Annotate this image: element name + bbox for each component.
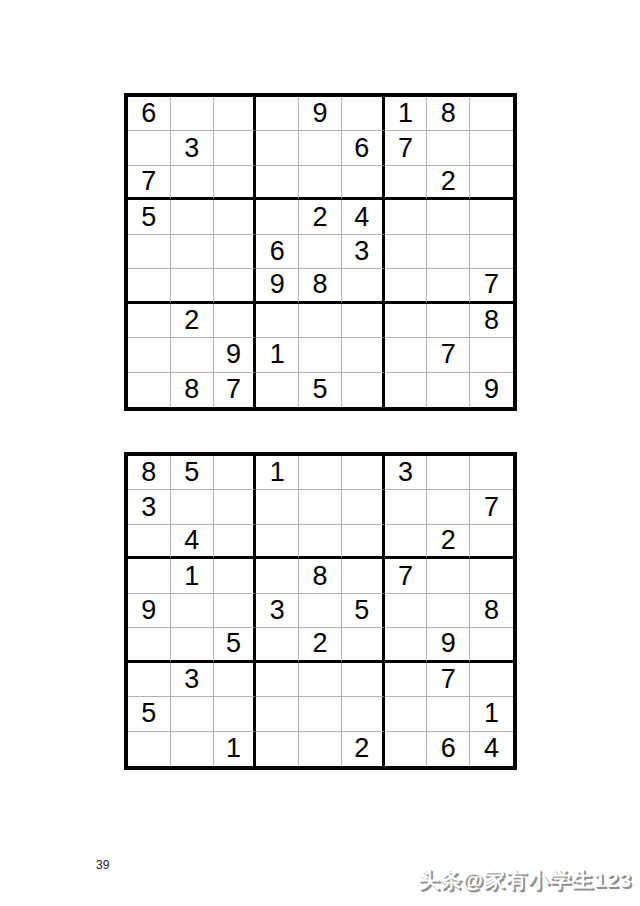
- sudoku-cell-r4c1: 5: [128, 200, 171, 234]
- sudoku-cell-r1c4: 1: [256, 456, 299, 490]
- sudoku-cell-r5c5: [299, 594, 342, 628]
- sudoku-cell-r8c4: [256, 697, 299, 731]
- sudoku-cell-r8c8: [427, 697, 470, 731]
- sudoku-cell-r1c7: 3: [385, 456, 428, 490]
- sudoku-cell-r9c8: [427, 373, 470, 407]
- sudoku-cell-r8c6: [342, 338, 385, 372]
- sudoku-cell-r2c4: [256, 131, 299, 165]
- sudoku-cell-r2c5: [299, 490, 342, 524]
- sudoku-cell-r9c4: [256, 732, 299, 766]
- sudoku-cell-r7c8: [427, 304, 470, 338]
- sudoku-cell-r3c5: [299, 525, 342, 559]
- sudoku-cell-r4c4: [256, 559, 299, 593]
- sudoku-cell-r9c9: 9: [470, 373, 513, 407]
- sudoku-cell-r8c9: [470, 338, 513, 372]
- sudoku-cell-r7c2: 2: [171, 304, 214, 338]
- worksheet-page: 69183677252463987289178759 8513374218793…: [0, 0, 640, 906]
- sudoku-cell-r3c9: [470, 166, 513, 200]
- sudoku-cell-r2c8: [427, 131, 470, 165]
- sudoku-cell-r6c3: [214, 269, 257, 303]
- sudoku-cell-r6c8: 9: [427, 628, 470, 662]
- sudoku-cell-r5c5: [299, 235, 342, 269]
- sudoku-cell-r2c6: 6: [342, 131, 385, 165]
- sudoku-cell-r5c4: 6: [256, 235, 299, 269]
- sudoku-cell-r9c2: 8: [171, 373, 214, 407]
- sudoku-cell-r7c7: [385, 304, 428, 338]
- sudoku-cell-r9c2: [171, 732, 214, 766]
- sudoku-cell-r5c9: [470, 235, 513, 269]
- sudoku-cell-r3c1: [128, 525, 171, 559]
- sudoku-cell-r8c2: [171, 338, 214, 372]
- sudoku-cell-r5c3: [214, 594, 257, 628]
- sudoku-cell-r4c6: [342, 559, 385, 593]
- sudoku-cell-r9c1: [128, 373, 171, 407]
- sudoku-cell-r1c6: [342, 97, 385, 131]
- sudoku-cell-r5c6: 5: [342, 594, 385, 628]
- sudoku-cell-r2c7: [385, 490, 428, 524]
- sudoku-cell-r3c7: [385, 166, 428, 200]
- sudoku-cell-r9c1: [128, 732, 171, 766]
- page-number: 39: [96, 858, 109, 872]
- sudoku-cell-r8c3: [214, 697, 257, 731]
- sudoku-cell-r8c1: [128, 338, 171, 372]
- sudoku-cell-r6c7: [385, 269, 428, 303]
- sudoku-cell-r8c9: 1: [470, 697, 513, 731]
- sudoku-cell-r1c1: 8: [128, 456, 171, 490]
- sudoku-cell-r7c1: [128, 663, 171, 697]
- sudoku-cell-r8c5: [299, 338, 342, 372]
- sudoku-cell-r2c3: [214, 131, 257, 165]
- sudoku-cell-r4c9: [470, 559, 513, 593]
- sudoku-cell-r3c3: [214, 166, 257, 200]
- sudoku-cell-r3c9: [470, 525, 513, 559]
- sudoku-cell-r5c9: 8: [470, 594, 513, 628]
- sudoku-cell-r1c3: [214, 97, 257, 131]
- sudoku-cell-r5c2: [171, 594, 214, 628]
- sudoku-cell-r9c6: [342, 373, 385, 407]
- sudoku-cell-r2c4: [256, 490, 299, 524]
- sudoku-cell-r7c9: 8: [470, 304, 513, 338]
- sudoku-cell-r6c5: 2: [299, 628, 342, 662]
- sudoku-cell-r2c2: [171, 490, 214, 524]
- sudoku-cell-r5c3: [214, 235, 257, 269]
- sudoku-cell-r8c4: 1: [256, 338, 299, 372]
- sudoku-cell-r5c2: [171, 235, 214, 269]
- sudoku-cell-r4c2: 1: [171, 559, 214, 593]
- sudoku-cell-r6c2: [171, 269, 214, 303]
- sudoku-cell-r1c6: [342, 456, 385, 490]
- watermark-text: 头条@家有小学生123: [418, 866, 632, 894]
- sudoku-cell-r6c8: [427, 269, 470, 303]
- sudoku-cell-r7c6: [342, 663, 385, 697]
- sudoku-cell-r9c6: 2: [342, 732, 385, 766]
- sudoku-cell-r5c8: [427, 594, 470, 628]
- sudoku-cell-r4c8: [427, 559, 470, 593]
- sudoku-cell-r7c8: 7: [427, 663, 470, 697]
- sudoku-cell-r6c6: [342, 269, 385, 303]
- sudoku-cell-r4c3: [214, 559, 257, 593]
- sudoku-cell-r7c5: [299, 663, 342, 697]
- sudoku-cell-r5c7: [385, 594, 428, 628]
- sudoku-cell-r8c8: 7: [427, 338, 470, 372]
- sudoku-cell-r6c2: [171, 628, 214, 662]
- sudoku-cell-r1c1: 6: [128, 97, 171, 131]
- sudoku-cell-r5c1: 9: [128, 594, 171, 628]
- sudoku-cell-r2c9: [470, 131, 513, 165]
- sudoku-cell-r7c6: [342, 304, 385, 338]
- sudoku-cell-r6c9: 7: [470, 269, 513, 303]
- sudoku-cell-r3c6: [342, 525, 385, 559]
- sudoku-cell-r9c8: 6: [427, 732, 470, 766]
- sudoku-cell-r3c4: [256, 166, 299, 200]
- sudoku-cell-r1c5: 9: [299, 97, 342, 131]
- sudoku-cell-r9c4: [256, 373, 299, 407]
- sudoku-cell-r5c7: [385, 235, 428, 269]
- sudoku-cell-r4c2: [171, 200, 214, 234]
- sudoku-cell-r1c9: [470, 456, 513, 490]
- sudoku-cell-r4c4: [256, 200, 299, 234]
- sudoku-cell-r7c9: [470, 663, 513, 697]
- sudoku-cell-r3c4: [256, 525, 299, 559]
- sudoku-cell-r8c7: [385, 697, 428, 731]
- sudoku-board-top: 69183677252463987289178759: [124, 93, 517, 411]
- sudoku-cell-r1c9: [470, 97, 513, 131]
- sudoku-cell-r6c5: 8: [299, 269, 342, 303]
- sudoku-cell-r3c8: 2: [427, 525, 470, 559]
- sudoku-cell-r2c2: 3: [171, 131, 214, 165]
- sudoku-cell-r3c2: [171, 166, 214, 200]
- sudoku-cell-r9c5: [299, 732, 342, 766]
- sudoku-cell-r5c8: [427, 235, 470, 269]
- sudoku-cell-r3c8: 2: [427, 166, 470, 200]
- sudoku-cell-r9c7: [385, 373, 428, 407]
- sudoku-cell-r7c3: [214, 304, 257, 338]
- sudoku-cell-r2c7: 7: [385, 131, 428, 165]
- sudoku-cell-r2c3: [214, 490, 257, 524]
- sudoku-cell-r1c7: 1: [385, 97, 428, 131]
- sudoku-cell-r7c5: [299, 304, 342, 338]
- sudoku-cell-r7c2: 3: [171, 663, 214, 697]
- sudoku-cell-r8c6: [342, 697, 385, 731]
- sudoku-cell-r7c4: [256, 663, 299, 697]
- sudoku-cell-r5c4: 3: [256, 594, 299, 628]
- sudoku-cell-r7c4: [256, 304, 299, 338]
- sudoku-cell-r9c5: 5: [299, 373, 342, 407]
- sudoku-cell-r6c9: [470, 628, 513, 662]
- sudoku-cell-r8c5: [299, 697, 342, 731]
- sudoku-cell-r5c6: 3: [342, 235, 385, 269]
- sudoku-cell-r7c1: [128, 304, 171, 338]
- sudoku-cell-r2c1: 3: [128, 490, 171, 524]
- sudoku-cell-r6c3: 5: [214, 628, 257, 662]
- sudoku-cell-r2c9: 7: [470, 490, 513, 524]
- sudoku-cell-r4c9: [470, 200, 513, 234]
- sudoku-cell-r4c1: [128, 559, 171, 593]
- sudoku-cell-r1c2: 5: [171, 456, 214, 490]
- sudoku-cell-r2c1: [128, 131, 171, 165]
- sudoku-cell-r2c5: [299, 131, 342, 165]
- sudoku-cell-r3c1: 7: [128, 166, 171, 200]
- sudoku-cell-r4c7: 7: [385, 559, 428, 593]
- sudoku-cell-r8c7: [385, 338, 428, 372]
- sudoku-cell-r6c1: [128, 269, 171, 303]
- sudoku-cell-r4c3: [214, 200, 257, 234]
- sudoku-cell-r1c4: [256, 97, 299, 131]
- sudoku-cell-r8c3: 9: [214, 338, 257, 372]
- sudoku-cell-r4c7: [385, 200, 428, 234]
- sudoku-cell-r4c6: 4: [342, 200, 385, 234]
- sudoku-cell-r3c6: [342, 166, 385, 200]
- sudoku-cell-r7c3: [214, 663, 257, 697]
- sudoku-cell-r1c8: 8: [427, 97, 470, 131]
- sudoku-cell-r4c5: 2: [299, 200, 342, 234]
- sudoku-cell-r8c1: 5: [128, 697, 171, 731]
- sudoku-cell-r2c8: [427, 490, 470, 524]
- sudoku-cell-r3c3: [214, 525, 257, 559]
- sudoku-cell-r2c6: [342, 490, 385, 524]
- sudoku-cell-r6c4: 9: [256, 269, 299, 303]
- sudoku-cell-r1c8: [427, 456, 470, 490]
- sudoku-cell-r3c2: 4: [171, 525, 214, 559]
- sudoku-cell-r1c2: [171, 97, 214, 131]
- sudoku-cell-r1c5: [299, 456, 342, 490]
- sudoku-cell-r4c5: 8: [299, 559, 342, 593]
- sudoku-cell-r1c3: [214, 456, 257, 490]
- sudoku-cell-r9c9: 4: [470, 732, 513, 766]
- sudoku-cell-r3c5: [299, 166, 342, 200]
- sudoku-cell-r3c7: [385, 525, 428, 559]
- sudoku-cell-r4c8: [427, 200, 470, 234]
- sudoku-cell-r7c7: [385, 663, 428, 697]
- sudoku-cell-r6c6: [342, 628, 385, 662]
- sudoku-cell-r9c3: 7: [214, 373, 257, 407]
- sudoku-cell-r6c7: [385, 628, 428, 662]
- sudoku-cell-r6c4: [256, 628, 299, 662]
- sudoku-cell-r8c2: [171, 697, 214, 731]
- sudoku-cell-r6c1: [128, 628, 171, 662]
- sudoku-cell-r9c3: 1: [214, 732, 257, 766]
- sudoku-cell-r9c7: [385, 732, 428, 766]
- sudoku-board-bottom: 85133742187935852937511264: [124, 452, 517, 770]
- sudoku-cell-r5c1: [128, 235, 171, 269]
